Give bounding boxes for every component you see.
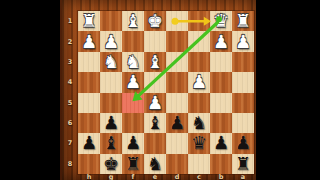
file-label-a: a <box>241 173 245 180</box>
square-g6[interactable]: ♟ <box>100 113 122 133</box>
piece-bk-g8: ♚ <box>103 154 119 174</box>
file-label-c: c <box>197 173 201 180</box>
file-label-b: b <box>219 173 224 180</box>
square-h2[interactable]: ♟ <box>78 31 100 51</box>
piece-bp-g6: ♟ <box>103 113 119 133</box>
piece-wp-c4: ♟ <box>191 72 207 92</box>
square-b4[interactable] <box>210 72 232 92</box>
square-c3[interactable] <box>188 52 210 72</box>
file-label-g: g <box>109 173 114 180</box>
square-g5[interactable] <box>100 93 122 113</box>
rank-label-2: 2 <box>68 38 73 46</box>
square-g2[interactable]: ♟ <box>100 31 122 51</box>
file-label-f: f <box>132 173 135 180</box>
square-f4[interactable]: ♟ <box>122 72 144 92</box>
piece-bp-d6: ♟ <box>169 113 185 133</box>
square-d1[interactable] <box>166 11 188 31</box>
rank-label-7: 7 <box>68 139 73 147</box>
piece-wr-h1: ♜ <box>81 11 97 31</box>
square-e2[interactable] <box>144 31 166 51</box>
piece-wp-f4: ♟ <box>125 72 141 92</box>
piece-wn-g3: ♞ <box>103 52 119 72</box>
piece-wp-e5: ♟ <box>147 93 163 113</box>
square-f5[interactable] <box>122 93 144 113</box>
square-h3[interactable] <box>78 52 100 72</box>
square-c5[interactable] <box>188 93 210 113</box>
square-h7[interactable]: ♟ <box>78 133 100 153</box>
piece-wk-e1: ♚ <box>147 11 163 31</box>
square-c8[interactable] <box>188 154 210 174</box>
square-d5[interactable] <box>166 93 188 113</box>
piece-wp-b2: ♟ <box>213 32 229 52</box>
square-g8[interactable]: ♚ <box>100 154 122 174</box>
square-b8[interactable] <box>210 154 232 174</box>
square-d3[interactable] <box>166 52 188 72</box>
square-a2[interactable]: ♟ <box>232 31 254 51</box>
square-h6[interactable] <box>78 113 100 133</box>
piece-bp-b7: ♟ <box>213 133 229 153</box>
square-a6[interactable] <box>232 113 254 133</box>
rank-label-6: 6 <box>68 119 73 127</box>
piece-wb-f1: ♝ <box>125 11 141 31</box>
square-b6[interactable] <box>210 113 232 133</box>
square-c7[interactable]: ♛ <box>188 133 210 153</box>
square-c4[interactable]: ♟ <box>188 72 210 92</box>
letterbox-right <box>254 0 320 180</box>
piece-bp-h7: ♟ <box>81 133 97 153</box>
piece-wp-g2: ♟ <box>103 32 119 52</box>
rank-label-8: 8 <box>68 160 73 168</box>
piece-bn-e8: ♞ <box>147 154 163 174</box>
square-d8[interactable] <box>166 154 188 174</box>
square-g3[interactable]: ♞ <box>100 52 122 72</box>
square-f8[interactable]: ♜ <box>122 154 144 174</box>
square-h4[interactable] <box>78 72 100 92</box>
file-label-h: h <box>87 173 92 180</box>
square-a5[interactable] <box>232 93 254 113</box>
square-e7[interactable] <box>144 133 166 153</box>
square-b3[interactable] <box>210 52 232 72</box>
square-d6[interactable]: ♟ <box>166 113 188 133</box>
square-h1[interactable]: ♜ <box>78 11 100 31</box>
square-e6[interactable]: ♝ <box>144 113 166 133</box>
piece-br-f8: ♜ <box>125 154 141 174</box>
square-f6[interactable] <box>122 113 144 133</box>
square-b2[interactable]: ♟ <box>210 31 232 51</box>
square-a1[interactable]: ♜ <box>232 11 254 31</box>
piece-bn-c6: ♞ <box>191 113 207 133</box>
piece-bb-e6: ♝ <box>147 113 163 133</box>
piece-bp-a7: ♟ <box>235 133 251 153</box>
square-d7[interactable] <box>166 133 188 153</box>
square-b5[interactable] <box>210 93 232 113</box>
letterbox-left <box>0 0 60 180</box>
square-f1[interactable]: ♝ <box>122 11 144 31</box>
square-g1[interactable] <box>100 11 122 31</box>
rank-label-5: 5 <box>68 99 73 107</box>
rank-label-4: 4 <box>68 78 73 86</box>
chess-board: ♜♝♚♛♜♟♟♟♟♞♞♝♟♟♟♟♝♟♞♟♝♟♛♟♟♚♜♞♜ <box>78 11 254 174</box>
piece-wb-e3: ♝ <box>147 52 163 72</box>
square-b7[interactable]: ♟ <box>210 133 232 153</box>
piece-wp-a2: ♟ <box>235 32 251 52</box>
board-frame: ♜♝♚♛♜♟♟♟♟♞♞♝♟♟♟♟♝♟♞♟♝♟♛♟♟♚♜♞♜ 12345678hg… <box>60 0 256 180</box>
square-f7[interactable]: ♟ <box>122 133 144 153</box>
square-a4[interactable] <box>232 72 254 92</box>
square-g7[interactable]: ♝ <box>100 133 122 153</box>
square-a8[interactable]: ♜ <box>232 154 254 174</box>
rank-label-3: 3 <box>68 58 73 66</box>
square-e8[interactable]: ♞ <box>144 154 166 174</box>
piece-bq-c7: ♛ <box>191 133 207 153</box>
file-label-e: e <box>153 173 157 180</box>
square-c2[interactable] <box>188 31 210 51</box>
piece-wn-f3: ♞ <box>125 52 141 72</box>
square-e3[interactable]: ♝ <box>144 52 166 72</box>
square-a7[interactable]: ♟ <box>232 133 254 153</box>
square-a3[interactable] <box>232 52 254 72</box>
piece-wr-a1: ♜ <box>235 11 251 31</box>
piece-wp-h2: ♟ <box>81 32 97 52</box>
square-e4[interactable] <box>144 72 166 92</box>
square-c1[interactable] <box>188 11 210 31</box>
rank-label-1: 1 <box>68 17 73 25</box>
file-label-d: d <box>175 173 180 180</box>
square-d4[interactable] <box>166 72 188 92</box>
square-g4[interactable] <box>100 72 122 92</box>
square-h5[interactable] <box>78 93 100 113</box>
square-c6[interactable]: ♞ <box>188 113 210 133</box>
piece-bb-g7: ♝ <box>103 133 119 153</box>
piece-br-a8: ♜ <box>235 154 251 174</box>
piece-wq-b1: ♛ <box>213 11 229 31</box>
square-e5[interactable]: ♟ <box>144 93 166 113</box>
square-b1[interactable]: ♛ <box>210 11 232 31</box>
square-e1[interactable]: ♚ <box>144 11 166 31</box>
square-f3[interactable]: ♞ <box>122 52 144 72</box>
piece-bp-f7: ♟ <box>125 133 141 153</box>
square-d2[interactable] <box>166 31 188 51</box>
square-h8[interactable] <box>78 154 100 174</box>
square-f2[interactable] <box>122 31 144 51</box>
